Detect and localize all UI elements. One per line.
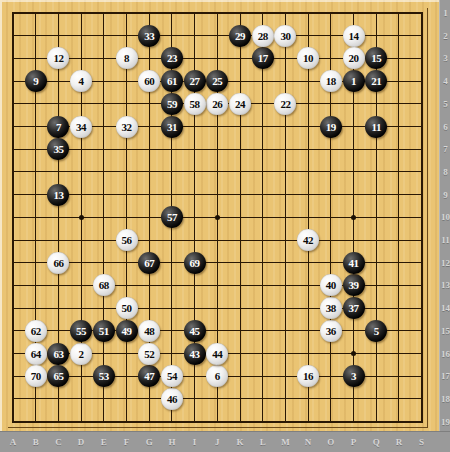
column-label-K: K bbox=[236, 437, 243, 447]
stone-white-O15[interactable]: 36 bbox=[320, 320, 342, 342]
move-number: 9 bbox=[25, 70, 47, 92]
stone-white-B17[interactable]: 70 bbox=[25, 365, 47, 387]
move-number: 29 bbox=[229, 25, 251, 47]
column-label-C: C bbox=[55, 437, 62, 447]
stone-black-B4[interactable]: 9 bbox=[25, 70, 47, 92]
column-label-H: H bbox=[168, 437, 175, 447]
stone-white-D4[interactable]: 4 bbox=[70, 70, 92, 92]
stone-black-I4[interactable]: 27 bbox=[184, 70, 206, 92]
stone-white-G16[interactable]: 52 bbox=[138, 343, 160, 365]
move-number: 14 bbox=[343, 25, 365, 47]
grid-line-horizontal bbox=[12, 421, 423, 423]
move-number: 42 bbox=[297, 229, 319, 251]
move-number: 45 bbox=[184, 320, 206, 342]
stone-black-O6[interactable]: 19 bbox=[320, 116, 342, 138]
stone-black-H10[interactable]: 57 bbox=[161, 206, 183, 228]
stone-white-N11[interactable]: 42 bbox=[297, 229, 319, 251]
move-number: 66 bbox=[47, 252, 69, 274]
move-number: 27 bbox=[184, 70, 206, 92]
column-label-R: R bbox=[396, 437, 403, 447]
move-number: 4 bbox=[70, 70, 92, 92]
stone-black-L3[interactable]: 17 bbox=[252, 47, 274, 69]
column-label-B: B bbox=[33, 437, 39, 447]
stone-white-N3[interactable]: 10 bbox=[297, 47, 319, 69]
move-number: 68 bbox=[93, 274, 115, 296]
move-number: 12 bbox=[47, 47, 69, 69]
stone-white-F6[interactable]: 32 bbox=[116, 116, 138, 138]
row-label-6: 6 bbox=[443, 122, 448, 132]
row-label-17: 17 bbox=[441, 371, 450, 381]
column-label-J: J bbox=[215, 437, 220, 447]
move-number: 62 bbox=[25, 320, 47, 342]
stone-white-C12[interactable]: 66 bbox=[47, 252, 69, 274]
move-number: 55 bbox=[70, 320, 92, 342]
stone-black-Q6[interactable]: 11 bbox=[365, 116, 387, 138]
row-label-16: 16 bbox=[441, 349, 450, 359]
move-number: 64 bbox=[25, 343, 47, 365]
stone-black-Q4[interactable]: 21 bbox=[365, 70, 387, 92]
move-number: 26 bbox=[206, 93, 228, 115]
move-number: 30 bbox=[274, 25, 296, 47]
move-number: 47 bbox=[138, 365, 160, 387]
move-number: 25 bbox=[206, 70, 228, 92]
move-number: 18 bbox=[320, 70, 342, 92]
move-number: 31 bbox=[161, 116, 183, 138]
move-number: 51 bbox=[93, 320, 115, 342]
stone-white-C3[interactable]: 12 bbox=[47, 47, 69, 69]
move-number: 7 bbox=[47, 116, 69, 138]
board-edge-line bbox=[8, 427, 428, 428]
stone-white-J5[interactable]: 26 bbox=[206, 93, 228, 115]
column-label-N: N bbox=[305, 437, 312, 447]
stone-black-H4[interactable]: 61 bbox=[161, 70, 183, 92]
stone-black-Q15[interactable]: 5 bbox=[365, 320, 387, 342]
move-number: 39 bbox=[343, 274, 365, 296]
move-number: 49 bbox=[116, 320, 138, 342]
row-label-18: 18 bbox=[441, 394, 450, 404]
row-label-19: 19 bbox=[441, 417, 450, 427]
stone-white-H18[interactable]: 46 bbox=[161, 388, 183, 410]
move-number: 11 bbox=[365, 116, 387, 138]
stone-black-I12[interactable]: 69 bbox=[184, 252, 206, 274]
row-label-9: 9 bbox=[443, 190, 448, 200]
stone-white-J16[interactable]: 44 bbox=[206, 343, 228, 365]
column-label-D: D bbox=[78, 437, 85, 447]
stone-black-F15[interactable]: 49 bbox=[116, 320, 138, 342]
stone-white-B15[interactable]: 62 bbox=[25, 320, 47, 342]
move-number: 63 bbox=[47, 343, 69, 365]
grid-line-horizontal bbox=[12, 398, 423, 399]
star-point-P16 bbox=[351, 351, 356, 356]
stone-black-P14[interactable]: 37 bbox=[343, 297, 365, 319]
grid-line-vertical bbox=[421, 12, 423, 423]
move-number: 19 bbox=[320, 116, 342, 138]
stone-white-G4[interactable]: 60 bbox=[138, 70, 160, 92]
move-number: 58 bbox=[184, 93, 206, 115]
stone-white-O13[interactable]: 40 bbox=[320, 274, 342, 296]
column-label-I: I bbox=[193, 437, 197, 447]
move-number: 69 bbox=[184, 252, 206, 274]
stone-white-N17[interactable]: 16 bbox=[297, 365, 319, 387]
stone-white-F11[interactable]: 56 bbox=[116, 229, 138, 251]
stone-black-Q3[interactable]: 15 bbox=[365, 47, 387, 69]
row-label-7: 7 bbox=[443, 144, 448, 154]
move-number: 60 bbox=[138, 70, 160, 92]
move-number: 40 bbox=[320, 274, 342, 296]
stone-black-C17[interactable]: 65 bbox=[47, 365, 69, 387]
column-label-O: O bbox=[327, 437, 334, 447]
move-number: 70 bbox=[25, 365, 47, 387]
stone-white-K5[interactable]: 24 bbox=[229, 93, 251, 115]
row-label-strip: 12345678910111213141516171819 bbox=[439, 0, 450, 431]
star-point-D10 bbox=[79, 215, 84, 220]
stone-black-E17[interactable]: 53 bbox=[93, 365, 115, 387]
move-number: 36 bbox=[320, 320, 342, 342]
move-number: 54 bbox=[161, 365, 183, 387]
move-number: 35 bbox=[47, 138, 69, 160]
stone-black-C16[interactable]: 63 bbox=[47, 343, 69, 365]
stone-black-G2[interactable]: 33 bbox=[138, 25, 160, 47]
move-number: 65 bbox=[47, 365, 69, 387]
move-number: 67 bbox=[138, 252, 160, 274]
move-number: 23 bbox=[161, 47, 183, 69]
column-label-E: E bbox=[101, 437, 107, 447]
stone-white-F3[interactable]: 8 bbox=[116, 47, 138, 69]
row-label-2: 2 bbox=[443, 31, 448, 41]
row-label-11: 11 bbox=[441, 235, 450, 245]
stone-white-O14[interactable]: 38 bbox=[320, 297, 342, 319]
stone-black-P13[interactable]: 39 bbox=[343, 274, 365, 296]
stone-white-O4[interactable]: 18 bbox=[320, 70, 342, 92]
move-number: 24 bbox=[229, 93, 251, 115]
move-number: 46 bbox=[161, 388, 183, 410]
move-number: 17 bbox=[252, 47, 274, 69]
stone-black-E15[interactable]: 51 bbox=[93, 320, 115, 342]
go-kifu-diagram: 1234567891011121314151617181920212223242… bbox=[0, 0, 450, 452]
stone-black-I15[interactable]: 45 bbox=[184, 320, 206, 342]
row-label-4: 4 bbox=[443, 76, 448, 86]
stone-white-E13[interactable]: 68 bbox=[93, 274, 115, 296]
grid-line-vertical bbox=[262, 12, 263, 423]
stone-black-G17[interactable]: 47 bbox=[138, 365, 160, 387]
stone-white-M2[interactable]: 30 bbox=[274, 25, 296, 47]
move-number: 50 bbox=[116, 297, 138, 319]
stone-black-C7[interactable]: 35 bbox=[47, 138, 69, 160]
move-number: 48 bbox=[138, 320, 160, 342]
move-number: 52 bbox=[138, 343, 160, 365]
stone-black-G12[interactable]: 67 bbox=[138, 252, 160, 274]
stone-black-H5[interactable]: 59 bbox=[161, 93, 183, 115]
move-number: 44 bbox=[206, 343, 228, 365]
row-label-10: 10 bbox=[441, 212, 450, 222]
move-number: 59 bbox=[161, 93, 183, 115]
row-label-3: 3 bbox=[443, 53, 448, 63]
grid-line-horizontal bbox=[12, 240, 423, 241]
stone-black-C9[interactable]: 13 bbox=[47, 184, 69, 206]
move-number: 5 bbox=[365, 320, 387, 342]
column-label-L: L bbox=[260, 437, 266, 447]
move-number: 13 bbox=[47, 184, 69, 206]
row-label-15: 15 bbox=[441, 326, 450, 336]
grid-line-vertical bbox=[285, 12, 286, 423]
move-number: 41 bbox=[343, 252, 365, 274]
move-number: 8 bbox=[116, 47, 138, 69]
move-number: 15 bbox=[365, 47, 387, 69]
column-label-A: A bbox=[10, 437, 17, 447]
stone-white-G15[interactable]: 48 bbox=[138, 320, 160, 342]
move-number: 38 bbox=[320, 297, 342, 319]
column-label-strip: ABCDEFGHIJKLMNOPQRS bbox=[0, 431, 450, 452]
move-number: 22 bbox=[274, 93, 296, 115]
stone-white-H17[interactable]: 54 bbox=[161, 365, 183, 387]
column-label-S: S bbox=[419, 437, 424, 447]
column-label-G: G bbox=[146, 437, 153, 447]
move-number: 1 bbox=[343, 70, 365, 92]
row-label-1: 1 bbox=[443, 8, 448, 18]
move-number: 16 bbox=[297, 365, 319, 387]
stone-black-H6[interactable]: 31 bbox=[161, 116, 183, 138]
move-number: 32 bbox=[116, 116, 138, 138]
stone-white-F14[interactable]: 50 bbox=[116, 297, 138, 319]
stone-white-L2[interactable]: 28 bbox=[252, 25, 274, 47]
row-label-13: 13 bbox=[441, 280, 450, 290]
column-label-F: F bbox=[124, 437, 130, 447]
star-point-J10 bbox=[215, 215, 220, 220]
stone-white-M5[interactable]: 22 bbox=[274, 93, 296, 115]
move-number: 6 bbox=[206, 365, 228, 387]
stone-black-P4[interactable]: 1 bbox=[343, 70, 365, 92]
move-number: 53 bbox=[93, 365, 115, 387]
stone-black-P12[interactable]: 41 bbox=[343, 252, 365, 274]
move-number: 37 bbox=[343, 297, 365, 319]
move-number: 61 bbox=[161, 70, 183, 92]
column-label-M: M bbox=[281, 437, 290, 447]
row-label-12: 12 bbox=[441, 258, 450, 268]
move-number: 34 bbox=[70, 116, 92, 138]
stone-black-H3[interactable]: 23 bbox=[161, 47, 183, 69]
stone-black-D15[interactable]: 55 bbox=[70, 320, 92, 342]
stone-black-C6[interactable]: 7 bbox=[47, 116, 69, 138]
move-number: 20 bbox=[343, 47, 365, 69]
move-number: 28 bbox=[252, 25, 274, 47]
grid-line-vertical bbox=[240, 12, 241, 423]
move-number: 57 bbox=[161, 206, 183, 228]
column-label-Q: Q bbox=[373, 437, 380, 447]
move-number: 3 bbox=[343, 365, 365, 387]
move-number: 21 bbox=[365, 70, 387, 92]
row-label-14: 14 bbox=[441, 303, 450, 313]
grid-line-vertical bbox=[398, 12, 399, 423]
column-label-P: P bbox=[351, 437, 357, 447]
go-board[interactable]: 1234567891011121314151617181920212223242… bbox=[0, 0, 439, 431]
move-number: 2 bbox=[70, 343, 92, 365]
stone-white-D16[interactable]: 2 bbox=[70, 343, 92, 365]
row-label-8: 8 bbox=[443, 167, 448, 177]
stone-black-K2[interactable]: 29 bbox=[229, 25, 251, 47]
row-label-5: 5 bbox=[443, 99, 448, 109]
star-point-P10 bbox=[351, 215, 356, 220]
move-number: 56 bbox=[116, 229, 138, 251]
stone-black-P17[interactable]: 3 bbox=[343, 365, 365, 387]
stone-white-P3[interactable]: 20 bbox=[343, 47, 365, 69]
move-number: 10 bbox=[297, 47, 319, 69]
stone-black-J4[interactable]: 25 bbox=[206, 70, 228, 92]
stone-white-D6[interactable]: 34 bbox=[70, 116, 92, 138]
grid-line-vertical bbox=[308, 12, 309, 423]
stone-white-B16[interactable]: 64 bbox=[25, 343, 47, 365]
stone-white-J17[interactable]: 6 bbox=[206, 365, 228, 387]
move-number: 33 bbox=[138, 25, 160, 47]
board-edge-line bbox=[427, 8, 428, 428]
stone-white-P2[interactable]: 14 bbox=[343, 25, 365, 47]
stone-black-I16[interactable]: 43 bbox=[184, 343, 206, 365]
stone-white-I5[interactable]: 58 bbox=[184, 93, 206, 115]
move-number: 43 bbox=[184, 343, 206, 365]
